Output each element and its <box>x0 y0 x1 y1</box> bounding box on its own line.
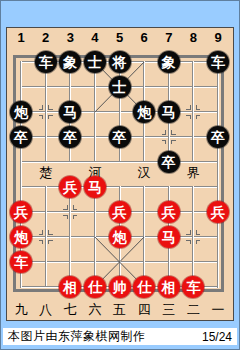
piece-black-soldier[interactable]: 卒 <box>10 126 32 148</box>
piece-black-chariot[interactable]: 车 <box>207 51 229 73</box>
piece-black-chariot[interactable]: 车 <box>35 51 57 73</box>
page-indicator: 15/24 <box>202 330 232 344</box>
piece-black-soldier[interactable]: 卒 <box>109 126 131 148</box>
file-label-top-7: 7 <box>160 30 178 46</box>
piece-red-chariot[interactable]: 车 <box>10 251 32 273</box>
piece-red-soldier[interactable]: 兵 <box>10 201 32 223</box>
file-label-bottom-8: 二 <box>184 302 202 318</box>
file-label-bottom-9: 一 <box>209 302 227 318</box>
piece-red-chariot[interactable]: 车 <box>182 276 204 298</box>
file-label-top-4: 4 <box>86 30 104 46</box>
piece-red-general[interactable]: 帅 <box>109 276 131 298</box>
file-label-top-9: 9 <box>209 30 227 46</box>
piece-black-elephant[interactable]: 象 <box>158 51 180 73</box>
piece-red-soldier[interactable]: 兵 <box>109 201 131 223</box>
file-label-bottom-5: 五 <box>111 302 129 318</box>
piece-red-cannon[interactable]: 炮 <box>109 226 131 248</box>
credit-text: 本图片由东萍象棋网制作 <box>8 328 146 345</box>
piece-red-elephant[interactable]: 相 <box>59 276 81 298</box>
file-label-bottom-1: 九 <box>12 302 30 318</box>
piece-red-cannon[interactable]: 炮 <box>10 226 32 248</box>
piece-black-general[interactable]: 将 <box>109 51 131 73</box>
screenshot-root: 123456789 楚河汉界 九八七六五四三二一 车象士将象车士炮马炮马卒卒卒卒… <box>0 0 240 350</box>
piece-red-soldier[interactable]: 兵 <box>207 201 229 223</box>
file-label-top-1: 1 <box>12 30 30 46</box>
piece-black-advisor[interactable]: 士 <box>84 51 106 73</box>
piece-black-soldier[interactable]: 卒 <box>59 126 81 148</box>
piece-red-advisor[interactable]: 仕 <box>84 276 106 298</box>
piece-red-soldier[interactable]: 兵 <box>158 201 180 223</box>
piece-red-advisor[interactable]: 仕 <box>133 276 155 298</box>
file-label-top-5: 5 <box>111 30 129 46</box>
piece-red-soldier[interactable]: 兵 <box>59 176 81 198</box>
file-label-bottom-7: 三 <box>160 302 178 318</box>
piece-black-cannon[interactable]: 炮 <box>133 101 155 123</box>
piece-red-elephant[interactable]: 相 <box>158 276 180 298</box>
file-label-top-8: 8 <box>184 30 202 46</box>
xiangqi-board-panel: 123456789 楚河汉界 九八七六五四三二一 车象士将象车士炮马炮马卒卒卒卒… <box>6 27 234 321</box>
piece-black-advisor[interactable]: 士 <box>109 76 131 98</box>
caption-bar: 本图片由东萍象棋网制作 15/24 <box>3 328 237 345</box>
file-label-top-6: 6 <box>135 30 153 46</box>
file-label-bottom-6: 四 <box>135 302 153 318</box>
file-label-top-3: 3 <box>61 30 79 46</box>
file-label-bottom-4: 六 <box>86 302 104 318</box>
file-label-bottom-2: 八 <box>37 302 55 318</box>
piece-red-horse[interactable]: 马 <box>84 176 106 198</box>
piece-black-horse[interactable]: 马 <box>59 101 81 123</box>
pieces-grid: 车象士将象车士炮马炮马卒卒卒卒卒兵马兵兵兵兵炮炮马车相仕帅仕相车 <box>9 50 231 300</box>
piece-red-horse[interactable]: 马 <box>158 226 180 248</box>
piece-black-horse[interactable]: 马 <box>158 101 180 123</box>
piece-black-soldier[interactable]: 卒 <box>158 151 180 173</box>
piece-black-elephant[interactable]: 象 <box>59 51 81 73</box>
piece-black-soldier[interactable]: 卒 <box>207 126 229 148</box>
piece-black-cannon[interactable]: 炮 <box>10 101 32 123</box>
file-label-bottom-3: 七 <box>61 302 79 318</box>
file-label-top-2: 2 <box>37 30 55 46</box>
